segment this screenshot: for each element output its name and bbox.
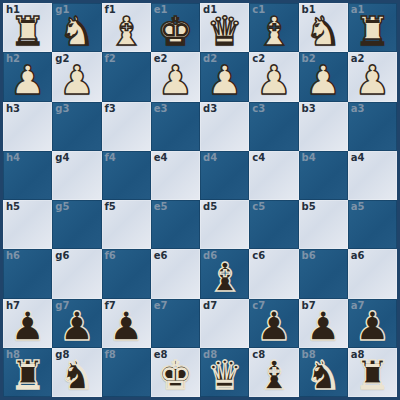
square-g7[interactable]: g7♟: [52, 299, 101, 348]
coordinate-label: h4: [6, 153, 20, 163]
coordinate-label: e5: [154, 202, 168, 212]
square-b1[interactable]: b1♞: [299, 3, 348, 52]
square-e1[interactable]: e1♚: [151, 3, 200, 52]
square-d6[interactable]: d6♝: [200, 249, 249, 298]
coordinate-label: c4: [252, 153, 265, 163]
white-bishop: ♝: [249, 9, 298, 52]
square-a4[interactable]: a4: [348, 151, 397, 200]
coordinate-label: e3: [154, 104, 168, 114]
square-h5[interactable]: h5: [3, 200, 52, 249]
white-rook: ♜: [3, 9, 52, 52]
coordinate-label: c5: [252, 202, 265, 212]
coordinate-label: d4: [203, 153, 217, 163]
black-knight: ♞: [299, 354, 348, 397]
coordinate-label: d5: [203, 202, 217, 212]
square-a1[interactable]: a1♜: [348, 3, 397, 52]
square-g6[interactable]: g6: [52, 249, 101, 298]
square-f7[interactable]: f7♟: [102, 299, 151, 348]
square-e4[interactable]: e4: [151, 151, 200, 200]
square-g8[interactable]: g8♞: [52, 348, 101, 397]
square-h4[interactable]: h4: [3, 151, 52, 200]
coordinate-label: f6: [105, 251, 116, 261]
square-g3[interactable]: g3: [52, 102, 101, 151]
white-pawn: ♟: [249, 58, 298, 101]
white-pawn: ♟: [200, 58, 249, 101]
square-c8[interactable]: c8♝: [249, 348, 298, 397]
black-knight: ♞: [52, 354, 101, 397]
coordinate-label: f4: [105, 153, 116, 163]
white-queen: ♛: [200, 9, 249, 52]
square-e6[interactable]: e6: [151, 249, 200, 298]
square-g5[interactable]: g5: [52, 200, 101, 249]
square-e5[interactable]: e5: [151, 200, 200, 249]
white-knight: ♞: [52, 9, 101, 52]
square-d4[interactable]: d4: [200, 151, 249, 200]
coordinate-label: a5: [351, 202, 365, 212]
black-queen: ♛: [200, 354, 249, 397]
white-knight: ♞: [299, 9, 348, 52]
square-h6[interactable]: h6: [3, 249, 52, 298]
square-b7[interactable]: b7♟: [299, 299, 348, 348]
white-pawn: ♟: [52, 58, 101, 101]
square-a5[interactable]: a5: [348, 200, 397, 249]
square-d3[interactable]: d3: [200, 102, 249, 151]
square-e7[interactable]: e7: [151, 299, 200, 348]
square-f5[interactable]: f5: [102, 200, 151, 249]
coordinate-label: b6: [302, 251, 316, 261]
black-king: ♚: [151, 354, 200, 397]
coordinate-label: e6: [154, 251, 168, 261]
coordinate-label: c6: [252, 251, 265, 261]
square-f4[interactable]: f4: [102, 151, 151, 200]
coordinate-label: a3: [351, 104, 365, 114]
square-f3[interactable]: f3: [102, 102, 151, 151]
square-b3[interactable]: b3: [299, 102, 348, 151]
white-pawn: ♟: [348, 58, 397, 101]
coordinate-label: h5: [6, 202, 20, 212]
square-c2[interactable]: c2♟: [249, 52, 298, 101]
white-rook: ♜: [348, 9, 397, 52]
square-c7[interactable]: c7♟: [249, 299, 298, 348]
coordinate-label: g5: [55, 202, 69, 212]
black-pawn: ♟: [52, 305, 101, 348]
square-h3[interactable]: h3: [3, 102, 52, 151]
coordinate-label: f3: [105, 104, 116, 114]
square-g4[interactable]: g4: [52, 151, 101, 200]
coordinate-label: g4: [55, 153, 69, 163]
square-g1[interactable]: g1♞: [52, 3, 101, 52]
coordinate-label: c3: [252, 104, 265, 114]
square-c6[interactable]: c6: [249, 249, 298, 298]
black-pawn: ♟: [102, 305, 151, 348]
square-h8[interactable]: h8♜: [3, 348, 52, 397]
square-h2[interactable]: h2♟: [3, 52, 52, 101]
white-pawn: ♟: [299, 58, 348, 101]
black-bishop: ♝: [249, 354, 298, 397]
square-d5[interactable]: d5: [200, 200, 249, 249]
white-bishop: ♝: [102, 9, 151, 52]
square-a8[interactable]: a8♜: [348, 348, 397, 397]
coordinate-label: b5: [302, 202, 316, 212]
square-f1[interactable]: f1♝: [102, 3, 151, 52]
square-a2[interactable]: a2♟: [348, 52, 397, 101]
black-pawn: ♟: [299, 305, 348, 348]
coordinate-label: g3: [55, 104, 69, 114]
chess-board: h1♜g1♞f1♝e1♚d1♛c1♝b1♞a1♜h2♟g2♟f2e2♟d2♟c2…: [0, 0, 400, 400]
square-b5[interactable]: b5: [299, 200, 348, 249]
square-e2[interactable]: e2♟: [151, 52, 200, 101]
white-king: ♚: [151, 9, 200, 52]
white-pawn: ♟: [3, 58, 52, 101]
black-rook: ♜: [348, 354, 397, 397]
coordinate-label: b3: [302, 104, 316, 114]
coordinate-label: h3: [6, 104, 20, 114]
square-f2[interactable]: f2: [102, 52, 151, 101]
square-d1[interactable]: d1♛: [200, 3, 249, 52]
coordinate-label: e7: [154, 301, 168, 311]
square-a3[interactable]: a3: [348, 102, 397, 151]
black-bishop: ♝: [200, 255, 249, 298]
square-c1[interactable]: c1♝: [249, 3, 298, 52]
square-d2[interactable]: d2♟: [200, 52, 249, 101]
square-c5[interactable]: c5: [249, 200, 298, 249]
coordinate-label: d7: [203, 301, 217, 311]
square-b6[interactable]: b6: [299, 249, 348, 298]
coordinate-label: a6: [351, 251, 365, 261]
square-a6[interactable]: a6: [348, 249, 397, 298]
coordinate-label: h6: [6, 251, 20, 261]
coordinate-label: e4: [154, 153, 168, 163]
square-c4[interactable]: c4: [249, 151, 298, 200]
square-a7[interactable]: a7♟: [348, 299, 397, 348]
square-d7[interactable]: d7: [200, 299, 249, 348]
coordinate-label: a4: [351, 153, 365, 163]
square-f8[interactable]: f8: [102, 348, 151, 397]
square-f6[interactable]: f6: [102, 249, 151, 298]
square-e8[interactable]: e8♚: [151, 348, 200, 397]
black-rook: ♜: [3, 354, 52, 397]
square-e3[interactable]: e3: [151, 102, 200, 151]
coordinate-label: d3: [203, 104, 217, 114]
square-g2[interactable]: g2♟: [52, 52, 101, 101]
coordinate-label: f8: [105, 350, 116, 360]
square-c3[interactable]: c3: [249, 102, 298, 151]
square-h1[interactable]: h1♜: [3, 3, 52, 52]
square-b4[interactable]: b4: [299, 151, 348, 200]
coordinate-label: b4: [302, 153, 316, 163]
square-b8[interactable]: b8♞: [299, 348, 348, 397]
coordinate-label: f5: [105, 202, 116, 212]
coordinate-label: g6: [55, 251, 69, 261]
black-pawn: ♟: [348, 305, 397, 348]
coordinate-label: f2: [105, 54, 116, 64]
black-pawn: ♟: [3, 305, 52, 348]
square-b2[interactable]: b2♟: [299, 52, 348, 101]
black-pawn: ♟: [249, 305, 298, 348]
white-pawn: ♟: [151, 58, 200, 101]
square-d8[interactable]: d8♛: [200, 348, 249, 397]
square-h7[interactable]: h7♟: [3, 299, 52, 348]
